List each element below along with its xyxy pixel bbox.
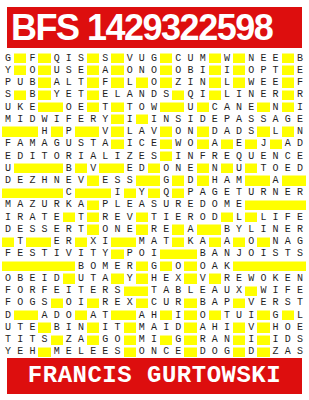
grid-cell: T	[111, 321, 123, 333]
grid-cell: X	[172, 272, 184, 284]
grid-cell: U	[51, 64, 63, 76]
grid-cell	[26, 236, 38, 248]
grid-cell: F	[282, 285, 294, 297]
grid-cell	[209, 223, 221, 235]
grid-cell: D	[136, 162, 148, 174]
grid-cell: H	[209, 174, 221, 186]
grid-cell: S	[111, 174, 123, 186]
grid-cell: I	[172, 150, 184, 162]
grid-cell: Q	[184, 89, 196, 101]
grid-cell	[184, 272, 196, 284]
grid-cell: S	[63, 64, 75, 76]
grid-cell	[111, 162, 123, 174]
grid-cell: T	[99, 101, 111, 113]
grid-cell	[75, 125, 87, 137]
grid-cell: E	[99, 174, 111, 186]
grid-cell	[209, 309, 221, 321]
grid-cell	[160, 309, 172, 321]
grid-cell: A	[148, 236, 160, 248]
grid-cell	[233, 64, 245, 76]
grid-cell: L	[111, 89, 123, 101]
grid-cell: H	[148, 272, 160, 284]
grid-cell: A	[197, 321, 209, 333]
grid-cell: I	[75, 150, 87, 162]
grid-cell: T	[294, 297, 306, 309]
grid-cell: I	[197, 89, 209, 101]
grid-cell: E	[294, 285, 306, 297]
grid-cell: O	[197, 309, 209, 321]
grid-cell	[282, 199, 294, 211]
grid-cell: N	[270, 223, 282, 235]
grid-cell: V	[87, 162, 99, 174]
grid-cell	[63, 260, 75, 272]
grid-cell: S	[99, 52, 111, 64]
grid-cell: A	[148, 321, 160, 333]
grid-cell	[184, 260, 196, 272]
author-name: FRANCIS GURTOWSKI	[28, 364, 281, 388]
grid-cell: R	[294, 223, 306, 235]
grid-cell: R	[148, 223, 160, 235]
grid-cell: L	[221, 76, 233, 88]
grid-cell	[184, 248, 196, 260]
grid-cell: Q	[233, 150, 245, 162]
grid-cell: L	[270, 125, 282, 137]
grid-cell	[26, 260, 38, 272]
grid-cell: L	[221, 89, 233, 101]
grid-cell: T	[99, 309, 111, 321]
grid-cell: M	[233, 174, 245, 186]
grid-cell: Q	[160, 187, 172, 199]
grid-cell: G	[282, 113, 294, 125]
grid-cell: U	[75, 272, 87, 284]
grid-cell: A	[75, 199, 87, 211]
grid-cell: B	[26, 76, 38, 88]
grid-cell: M	[26, 138, 38, 150]
grid-cell: M	[2, 199, 14, 211]
grid-cell: I	[270, 334, 282, 346]
grid-cell: V	[197, 272, 209, 284]
grid-cell: U	[136, 52, 148, 64]
grid-cell: T	[75, 285, 87, 297]
grid-cell: N	[172, 162, 184, 174]
grid-cell	[257, 125, 269, 137]
grid-cell: O	[26, 64, 38, 76]
grid-cell: L	[99, 150, 111, 162]
grid-cell: L	[124, 125, 136, 137]
grid-cell: C	[172, 52, 184, 64]
grid-cell: O	[197, 211, 209, 223]
grid-cell	[148, 174, 160, 186]
grid-cell: G	[160, 174, 172, 186]
grid-cell	[160, 260, 172, 272]
grid-cell	[51, 125, 63, 137]
grid-cell: R	[63, 150, 75, 162]
grid-cell: W	[245, 272, 257, 284]
grid-cell: D	[294, 162, 306, 174]
grid-cell: O	[209, 346, 221, 358]
grid-cell: O	[51, 150, 63, 162]
grid-cell: U	[2, 162, 14, 174]
grid-cell: N	[221, 248, 233, 260]
puzzle-grid: GFQISSVUGCUMWNEEBYOUSEAONOOBIIOPTEPUBALT…	[2, 52, 306, 358]
grid-cell	[160, 334, 172, 346]
grid-cell: E	[124, 162, 136, 174]
grid-cell: S	[75, 138, 87, 150]
grid-cell: I	[63, 285, 75, 297]
grid-cell: A	[282, 346, 294, 358]
grid-cell: A	[221, 174, 233, 186]
grid-cell: P	[257, 64, 269, 76]
grid-cell: A	[14, 199, 26, 211]
grid-cell	[209, 236, 221, 248]
grid-cell: A	[184, 223, 196, 235]
grid-cell: E	[294, 113, 306, 125]
grid-cell	[257, 101, 269, 113]
grid-cell: C	[148, 297, 160, 309]
grid-cell	[282, 101, 294, 113]
grid-cell	[136, 174, 148, 186]
grid-cell: S	[148, 150, 160, 162]
grid-cell	[245, 260, 257, 272]
grid-cell	[197, 138, 209, 150]
grid-cell	[197, 162, 209, 174]
grid-cell	[136, 285, 148, 297]
grid-cell: M	[2, 113, 14, 125]
grid-cell: O	[270, 162, 282, 174]
grid-cell: B	[51, 321, 63, 333]
grid-cell	[111, 113, 123, 125]
grid-cell: J	[257, 138, 269, 150]
grid-cell: D	[245, 346, 257, 358]
grid-cell	[87, 321, 99, 333]
grid-cell: E	[184, 199, 196, 211]
grid-cell: N	[294, 125, 306, 137]
grid-cell: R	[51, 199, 63, 211]
grid-cell: R	[99, 211, 111, 223]
grid-cell: N	[270, 187, 282, 199]
grid-cell: T	[282, 248, 294, 260]
grid-cell: E	[14, 346, 26, 358]
grid-cell	[38, 187, 50, 199]
grid-cell: D	[51, 272, 63, 284]
grid-cell	[245, 138, 257, 150]
grid-cell: A	[99, 272, 111, 284]
grid-cell	[38, 64, 50, 76]
grid-cell: I	[51, 113, 63, 125]
grid-cell: A	[136, 125, 148, 137]
grid-cell	[160, 138, 172, 150]
grid-cell: N	[245, 52, 257, 64]
grid-cell	[14, 260, 26, 272]
grid-cell	[124, 187, 136, 199]
grid-cell: F	[38, 285, 50, 297]
grid-cell	[172, 174, 184, 186]
grid-cell: A	[209, 334, 221, 346]
grid-cell: D	[2, 309, 14, 321]
grid-cell: E	[75, 101, 87, 113]
grid-cell: E	[111, 297, 123, 309]
grid-cell: R	[270, 89, 282, 101]
grid-cell	[233, 297, 245, 309]
grid-cell	[282, 125, 294, 137]
grid-cell: I	[14, 334, 26, 346]
grid-cell: H	[38, 174, 50, 186]
grid-cell: I	[148, 334, 160, 346]
grid-cell: U	[2, 101, 14, 113]
grid-cell: Y	[99, 248, 111, 260]
grid-cell	[172, 101, 184, 113]
grid-cell: O	[282, 321, 294, 333]
grid-cell	[63, 272, 75, 284]
grid-cell: R	[14, 211, 26, 223]
grid-cell: E	[282, 162, 294, 174]
grid-cell: E	[75, 113, 87, 125]
grid-cell: R	[294, 89, 306, 101]
grid-cell	[87, 101, 99, 113]
grid-cell: L	[294, 309, 306, 321]
grid-cell: E	[63, 346, 75, 358]
grid-cell: D	[184, 174, 196, 186]
grid-cell: R	[99, 297, 111, 309]
grid-cell	[282, 76, 294, 88]
book-title: BFS 1429322598	[7, 10, 272, 46]
grid-cell: I	[99, 236, 111, 248]
grid-cell	[209, 52, 221, 64]
grid-cell	[87, 76, 99, 88]
grid-cell	[257, 199, 269, 211]
grid-cell: N	[294, 272, 306, 284]
grid-cell: I	[270, 285, 282, 297]
grid-cell: D	[197, 346, 209, 358]
grid-cell	[111, 64, 123, 76]
grid-cell: E	[282, 223, 294, 235]
grid-cell: T	[75, 223, 87, 235]
grid-cell: R	[172, 199, 184, 211]
grid-cell: U	[184, 101, 196, 113]
grid-cell: E	[257, 76, 269, 88]
grid-cell	[257, 321, 269, 333]
grid-cell: H	[148, 309, 160, 321]
grid-cell	[209, 89, 221, 101]
grid-cell: N	[160, 113, 172, 125]
grid-cell: O	[245, 64, 257, 76]
grid-cell: E	[233, 199, 245, 211]
grid-cell	[124, 346, 136, 358]
author-banner: FRANCIS GURTOWSKI	[7, 358, 302, 394]
grid-cell: A	[26, 211, 38, 223]
grid-cell: O	[63, 297, 75, 309]
grid-cell	[111, 272, 123, 284]
grid-cell	[257, 260, 269, 272]
grid-cell: S	[124, 174, 136, 186]
grid-cell: T	[270, 64, 282, 76]
grid-cell: E	[14, 223, 26, 235]
grid-cell	[221, 211, 233, 223]
grid-cell: V	[75, 174, 87, 186]
grid-cell: O	[172, 64, 184, 76]
grid-cell	[294, 260, 306, 272]
grid-cell: W	[245, 76, 257, 88]
grid-cell: V	[245, 297, 257, 309]
grid-cell	[111, 236, 123, 248]
grid-cell: T	[221, 309, 233, 321]
grid-cell: I	[270, 211, 282, 223]
grid-cell	[172, 236, 184, 248]
grid-cell: A	[209, 297, 221, 309]
grid-cell: E	[14, 174, 26, 186]
grid-cell	[184, 309, 196, 321]
grid-cell: I	[197, 64, 209, 76]
grid-cell: S	[38, 334, 50, 346]
grid-cell: C	[282, 150, 294, 162]
grid-cell: P	[124, 248, 136, 260]
grid-cell: T	[2, 334, 14, 346]
grid-cell: D	[209, 211, 221, 223]
grid-cell: L	[257, 211, 269, 223]
grid-cell: S	[2, 89, 14, 101]
grid-cell	[14, 309, 26, 321]
grid-cell: G	[148, 52, 160, 64]
grid-cell: M	[136, 236, 148, 248]
grid-cell: G	[270, 309, 282, 321]
grid-cell: A	[221, 101, 233, 113]
grid-cell: U	[38, 199, 50, 211]
grid-cell: L	[111, 199, 123, 211]
grid-cell: I	[148, 248, 160, 260]
grid-cell	[172, 223, 184, 235]
grid-cell	[197, 101, 209, 113]
grid-cell	[38, 346, 50, 358]
grid-cell: Q	[51, 52, 63, 64]
grid-cell: F	[294, 76, 306, 88]
grid-cell: F	[197, 150, 209, 162]
grid-cell: I	[124, 113, 136, 125]
grid-cell	[87, 223, 99, 235]
grid-cell: V	[99, 125, 111, 137]
grid-cell: O	[124, 64, 136, 76]
grid-cell	[209, 272, 221, 284]
grid-cell: E	[282, 272, 294, 284]
grid-cell	[99, 187, 111, 199]
grid-cell: E	[172, 211, 184, 223]
grid-cell: E	[26, 101, 38, 113]
grid-cell: I	[63, 52, 75, 64]
grid-cell: E	[257, 52, 269, 64]
grid-cell: E	[148, 138, 160, 150]
grid-cell	[38, 52, 50, 64]
grid-cell: Y	[51, 89, 63, 101]
grid-cell: E	[282, 187, 294, 199]
grid-cell: T	[87, 272, 99, 284]
grid-cell: L	[245, 223, 257, 235]
grid-cell	[172, 248, 184, 260]
grid-cell: E	[51, 285, 63, 297]
grid-cell: O	[99, 223, 111, 235]
grid-cell: S	[38, 297, 50, 309]
grid-cell: M	[221, 199, 233, 211]
grid-cell: S	[148, 199, 160, 211]
grid-cell	[136, 223, 148, 235]
grid-cell: T	[26, 334, 38, 346]
grid-cell: E	[294, 64, 306, 76]
grid-cell: E	[75, 64, 87, 76]
grid-cell	[282, 174, 294, 186]
grid-cell: S	[245, 125, 257, 137]
grid-cell	[160, 64, 172, 76]
grid-cell	[38, 321, 50, 333]
grid-cell: I	[26, 150, 38, 162]
grid-cell: P	[221, 297, 233, 309]
grid-cell: T	[87, 248, 99, 260]
grid-cell: G	[221, 346, 233, 358]
grid-cell: L	[233, 211, 245, 223]
grid-cell: N	[209, 162, 221, 174]
grid-cell	[148, 162, 160, 174]
grid-cell: O	[136, 101, 148, 113]
grid-cell: S	[294, 248, 306, 260]
grid-cell: D	[2, 223, 14, 235]
grid-cell: N	[270, 150, 282, 162]
grid-cell: A	[209, 260, 221, 272]
grid-cell: N	[221, 334, 233, 346]
grid-cell: E	[2, 150, 14, 162]
grid-cell: U	[14, 76, 26, 88]
grid-cell: S	[245, 113, 257, 125]
grid-cell: S	[270, 248, 282, 260]
grid-cell: O	[14, 285, 26, 297]
grid-cell	[233, 321, 245, 333]
grid-cell: I	[63, 321, 75, 333]
grid-cell: N	[270, 101, 282, 113]
grid-cell: D	[233, 125, 245, 137]
grid-cell: Z	[172, 76, 184, 88]
grid-cell	[14, 162, 26, 174]
grid-cell	[124, 285, 136, 297]
grid-cell: R	[99, 285, 111, 297]
grid-cell: B	[14, 272, 26, 284]
grid-cell: E	[14, 248, 26, 260]
grid-cell: S	[111, 346, 123, 358]
grid-cell: I	[124, 138, 136, 150]
grid-cell: G	[294, 236, 306, 248]
grid-cell: Z	[63, 334, 75, 346]
grid-cell	[38, 162, 50, 174]
grid-cell: N	[51, 174, 63, 186]
grid-cell: G	[51, 138, 63, 150]
grid-cell: E	[26, 272, 38, 284]
grid-cell: W	[257, 285, 269, 297]
grid-cell: K	[270, 272, 282, 284]
grid-cell: O	[160, 162, 172, 174]
grid-cell: I	[233, 89, 245, 101]
grid-cell	[87, 52, 99, 64]
grid-cell: E	[294, 211, 306, 223]
grid-cell: U	[245, 187, 257, 199]
grid-cell: B	[26, 89, 38, 101]
grid-cell: T	[38, 211, 50, 223]
grid-cell	[87, 187, 99, 199]
grid-cell: E	[221, 187, 233, 199]
grid-cell	[184, 334, 196, 346]
grid-cell: R	[63, 223, 75, 235]
grid-cell: P	[63, 125, 75, 137]
grid-cell	[245, 285, 257, 297]
grid-cell: I	[221, 321, 233, 333]
grid-cell	[136, 260, 148, 272]
grid-cell	[111, 309, 123, 321]
grid-cell	[270, 260, 282, 272]
grid-cell: I	[294, 101, 306, 113]
